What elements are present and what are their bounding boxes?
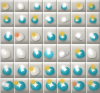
- sparkle-highlight: [20, 65, 24, 69]
- sparkle-highlight: [6, 31, 10, 35]
- sparkle-highlight: [2, 82, 6, 86]
- compartment: ✦: [14, 62, 28, 78]
- crystal-t: ✦: [89, 17, 97, 25]
- compartment: ✦: [86, 78, 100, 93]
- compartment: ✦: [43, 44, 57, 62]
- crystal-t: ✦: [47, 33, 55, 40]
- compartment: ✦: [71, 78, 85, 93]
- compartment: ✦: [0, 12, 14, 27]
- compartment: ✦: [14, 12, 28, 27]
- compartment: ✦: [43, 0, 57, 12]
- crystal-s: ✦: [59, 50, 69, 58]
- sparkle-highlight: [60, 52, 64, 56]
- crystal-t: ✦: [88, 4, 95, 10]
- sparkle-highlight: [4, 65, 8, 69]
- crystal-t: ✦: [60, 3, 68, 10]
- tray: ✦✦✦✦✦✦✦✦✦✦✦✦✦✦✦✦✦✦✦✦✦✦✦✦✦✦✦✦✦✦✦✦✦✦✦✦✦✦✦✦…: [0, 0, 100, 93]
- sparkle-highlight: [15, 33, 19, 37]
- crystal-t: ✦: [87, 65, 99, 76]
- crystal-c: ✦: [18, 4, 25, 10]
- compartment: ✦: [86, 0, 100, 12]
- compartment: ✦: [14, 27, 28, 44]
- sparkle-highlight: [48, 32, 51, 35]
- sparkle-highlight: [62, 18, 66, 22]
- compartment: ✦: [14, 78, 28, 93]
- crystal-t: ✦: [88, 81, 100, 92]
- crystal-c: ✦: [17, 50, 26, 58]
- sparkle-highlight: [72, 82, 76, 86]
- compartment: ✦: [57, 62, 71, 78]
- sparkle-highlight: [20, 16, 24, 20]
- crystal-c: ✦: [2, 3, 10, 10]
- sparkle-highlight: [76, 3, 80, 7]
- sparkle-highlight: [32, 32, 36, 36]
- crystal-t: ✦: [58, 32, 67, 41]
- sparkle-highlight: [91, 16, 95, 20]
- compartment: ✦: [29, 44, 43, 62]
- crystal-t: ✦: [45, 66, 56, 76]
- compartment: ✦: [86, 12, 100, 27]
- crystal-t: ✦: [45, 4, 52, 10]
- compartment: ✦: [29, 78, 43, 93]
- compartment: ✦: [86, 27, 100, 44]
- compartment: ✦: [43, 78, 57, 93]
- sparkle-highlight: [1, 49, 5, 53]
- sparkle-highlight: [35, 3, 38, 6]
- sparkle-highlight: [89, 3, 93, 7]
- crystal-s: ✦: [74, 33, 83, 40]
- crystal-y: ✦: [43, 48, 55, 59]
- compartment: ✦: [0, 0, 14, 12]
- compartment: ✦: [71, 27, 85, 44]
- sparkle-highlight: [88, 81, 92, 85]
- compartment: ✦: [29, 12, 43, 27]
- sparkle-highlight: [5, 16, 8, 19]
- crystal-t: ✦: [61, 67, 70, 75]
- crystal-tray-photo: ✦✦✦✦✦✦✦✦✦✦✦✦✦✦✦✦✦✦✦✦✦✦✦✦✦✦✦✦✦✦✦✦✦✦✦✦✦✦✦✦…: [0, 0, 100, 93]
- crystal-t: ✦: [89, 32, 99, 42]
- crystal-c: ✦: [29, 65, 41, 76]
- crystal-t: ✦: [74, 17, 81, 23]
- sparkle-highlight: [33, 16, 37, 20]
- compartment: ✦: [71, 0, 85, 12]
- compartment: ✦: [71, 12, 85, 27]
- crystal-t: ✦: [17, 65, 29, 76]
- crystal-c: ✦: [87, 50, 96, 58]
- compartment: ✦: [57, 27, 71, 44]
- sparkle-highlight: [45, 66, 49, 70]
- crystal-t: ✦: [45, 81, 58, 92]
- sparkle-highlight: [47, 48, 51, 52]
- compartment: ✦: [0, 44, 14, 62]
- compartment: ✦: [0, 62, 14, 78]
- sparkle-highlight: [75, 49, 79, 53]
- sparkle-highlight: [47, 3, 51, 7]
- compartment: ✦: [0, 27, 14, 44]
- compartment: ✦: [29, 62, 43, 78]
- sparkle-highlight: [61, 31, 65, 35]
- crystal-c: ✦: [76, 3, 84, 10]
- sparkle-highlight: [62, 66, 65, 69]
- crystal-t: ✦: [4, 17, 11, 23]
- sparkle-highlight: [88, 49, 91, 52]
- crystal-t: ✦: [56, 80, 70, 93]
- compartment: ✦: [43, 12, 57, 27]
- compartment: ✦: [43, 62, 57, 78]
- sparkle-highlight: [15, 81, 19, 85]
- crystal-c: ✦: [15, 32, 25, 42]
- sparkle-highlight: [76, 32, 80, 36]
- sparkle-highlight: [46, 17, 50, 21]
- sparkle-highlight: [75, 16, 78, 19]
- compartment: ✦: [57, 78, 71, 93]
- compartment: ✦: [57, 0, 71, 12]
- compartment: ✦: [0, 78, 14, 93]
- compartment: ✦: [14, 0, 28, 12]
- compartment: ✦: [57, 44, 71, 62]
- sparkle-highlight: [3, 3, 7, 7]
- sparkle-highlight: [60, 79, 64, 83]
- compartment: ✦: [43, 27, 57, 44]
- sparkle-highlight: [18, 49, 21, 52]
- sparkle-highlight: [91, 65, 95, 69]
- crystal-c: ✦: [1, 49, 12, 59]
- crystal-s: ✦: [62, 18, 70, 23]
- crystal-t: ✦: [30, 82, 41, 91]
- crystal-t: ✦: [74, 49, 85, 59]
- sparkle-highlight: [19, 3, 23, 7]
- compartment: ✦: [14, 44, 28, 62]
- crystal-c: ✦: [31, 32, 40, 41]
- crystal-t: ✦: [14, 81, 27, 92]
- compartment: ✦: [86, 44, 100, 62]
- sparkle-highlight: [74, 65, 78, 69]
- crystal-t: ✦: [32, 49, 43, 59]
- sparkle-highlight: [47, 80, 51, 84]
- crystal-t: ✦: [2, 66, 13, 76]
- crystal-t: ✦: [19, 17, 27, 25]
- sparkle-highlight: [89, 33, 93, 37]
- compartment: ✦: [71, 62, 85, 78]
- crystal-t: ✦: [45, 16, 54, 25]
- compartment: ✦: [29, 0, 43, 12]
- crystal-t: ✦: [30, 16, 39, 25]
- crystal-t: ✦: [34, 4, 40, 9]
- compartment: ✦: [57, 12, 71, 27]
- sparkle-highlight: [63, 3, 67, 7]
- sparkle-highlight: [34, 48, 38, 52]
- crystal-t: ✦: [3, 32, 13, 42]
- crystal-t: ✦: [72, 66, 83, 76]
- crystal-t: ✦: [72, 80, 86, 93]
- compartment: ✦: [71, 44, 85, 62]
- sparkle-highlight: [31, 81, 34, 84]
- sparkle-highlight: [29, 67, 33, 71]
- compartment: ✦: [86, 62, 100, 78]
- compartment: ✦: [29, 27, 43, 44]
